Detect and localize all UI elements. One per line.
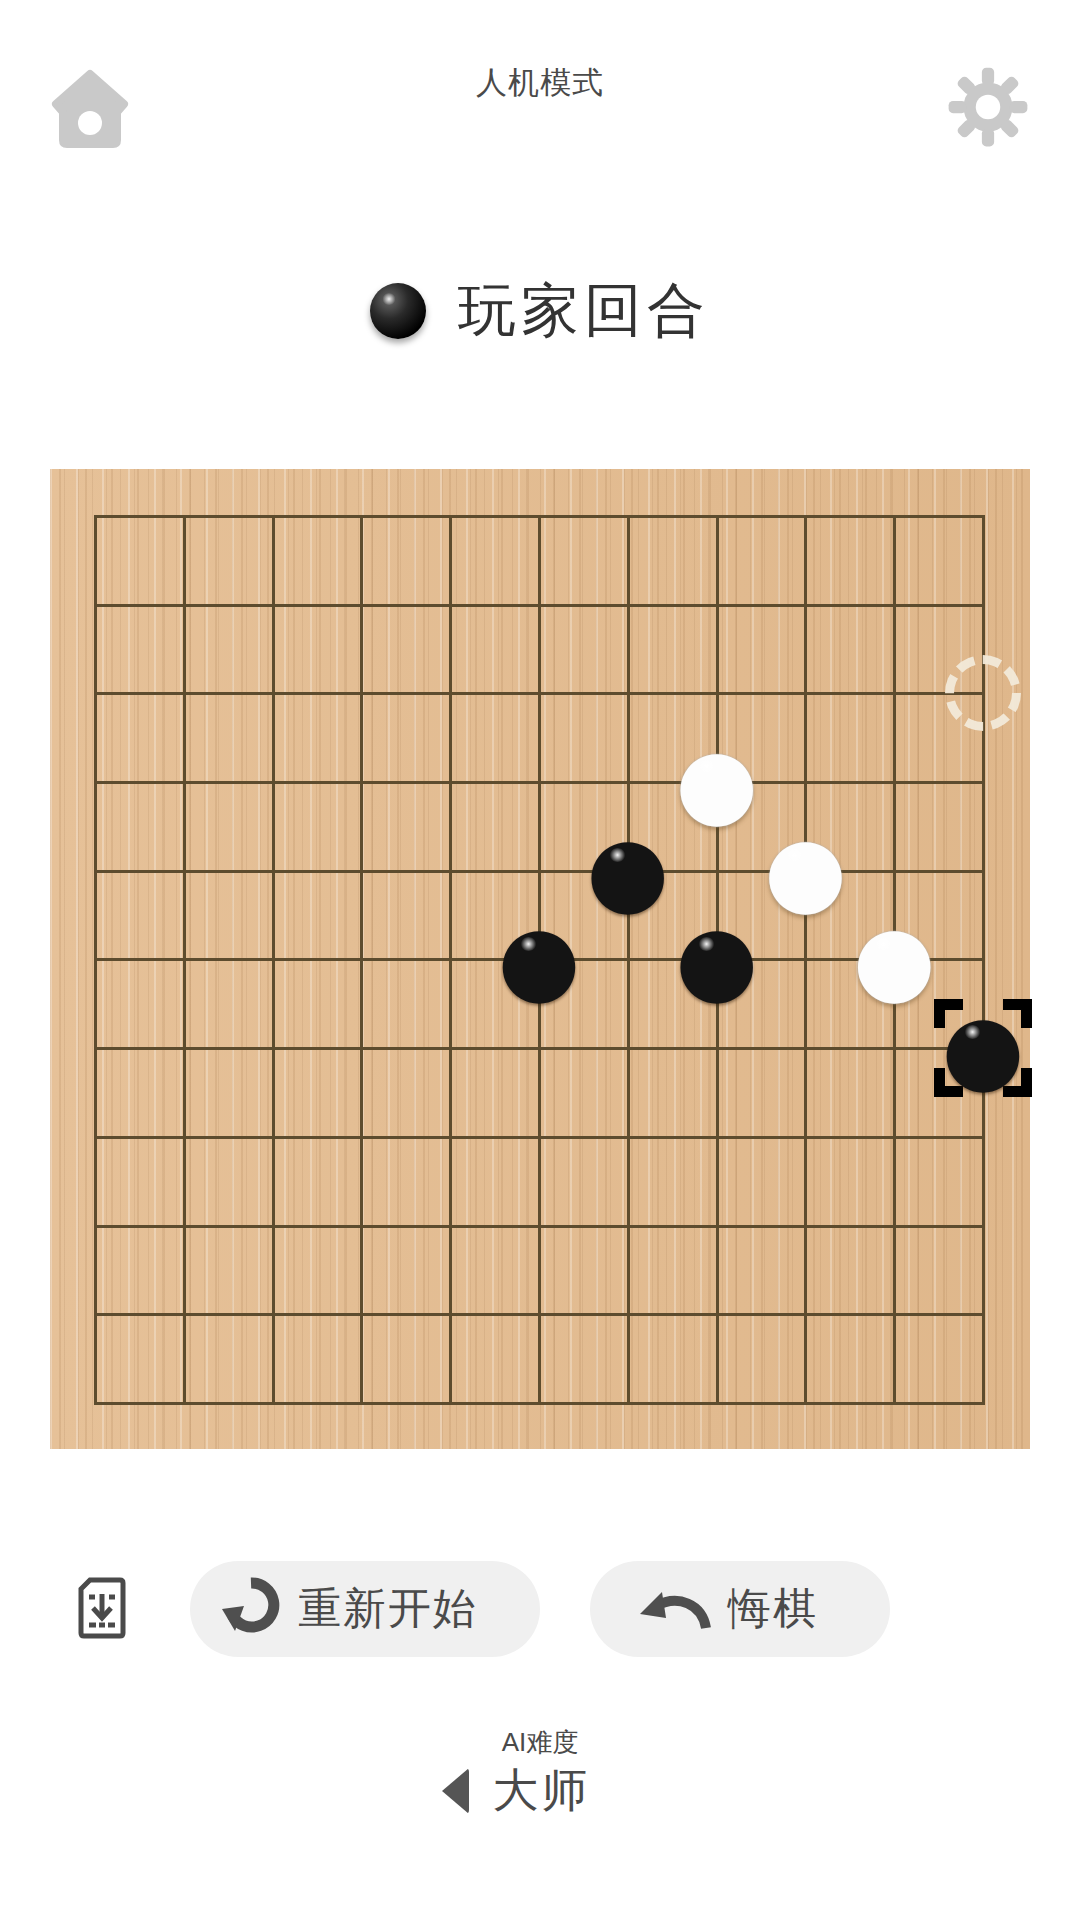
- hint-dashed-circle: [945, 655, 1021, 731]
- black-stone-icon: [370, 283, 426, 339]
- page-title: 人机模式: [0, 62, 1080, 104]
- black-stone: ●: [933, 998, 1033, 1098]
- gomoku-app-screen: 人机模式: [0, 0, 1080, 1920]
- undo-label: 悔棋: [728, 1580, 818, 1638]
- gomoku-board[interactable]: ●●●●●●●: [50, 469, 1030, 1449]
- undo-icon: [636, 1580, 712, 1639]
- gear-icon: [946, 64, 1030, 154]
- white-stone: ●: [755, 821, 855, 921]
- save-game-icon: [76, 1577, 128, 1643]
- settings-button[interactable]: [946, 66, 1030, 152]
- turn-indicator: 玩家回合: [0, 272, 1080, 350]
- ai-difficulty-selector: 大师: [0, 1760, 1056, 1822]
- black-stone: ●: [578, 821, 678, 921]
- restart-button[interactable]: 重新开始: [190, 1561, 540, 1657]
- white-stone: ●: [667, 732, 767, 832]
- turn-label: 玩家回合: [458, 272, 710, 350]
- restart-icon: [218, 1573, 280, 1646]
- prev-difficulty-arrow-icon[interactable]: [442, 1768, 469, 1814]
- black-stone: ●: [489, 910, 589, 1010]
- restart-label: 重新开始: [298, 1580, 478, 1638]
- undo-button[interactable]: 悔棋: [590, 1561, 890, 1657]
- ai-difficulty-value: 大师: [493, 1760, 591, 1822]
- ai-difficulty-label: AI难度: [0, 1725, 1080, 1760]
- black-stone: ●: [667, 910, 767, 1010]
- save-game-button[interactable]: [74, 1578, 130, 1642]
- white-stone: ●: [844, 910, 944, 1010]
